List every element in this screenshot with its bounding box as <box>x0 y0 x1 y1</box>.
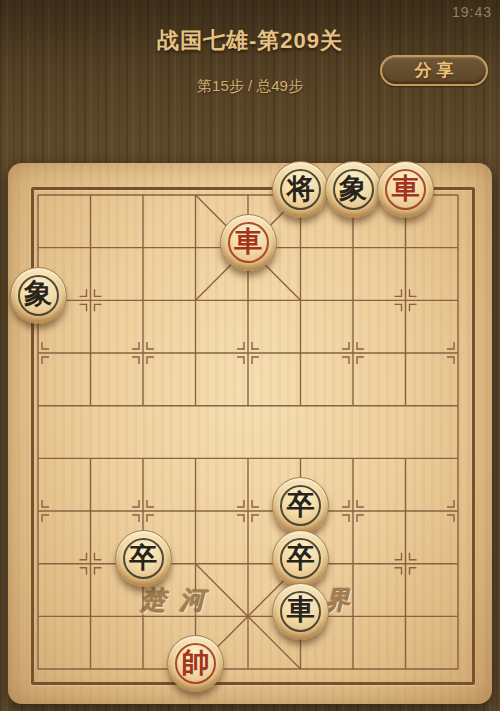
share-button[interactable]: 分享 <box>380 55 488 86</box>
piece-black-pawn[interactable]: 卒 <box>115 530 172 587</box>
piece-black-general[interactable]: 将 <box>272 161 329 218</box>
piece-black-elephant[interactable]: 象 <box>325 161 382 218</box>
pieces-layer: 将象車車象卒卒卒車帥 <box>12 169 485 696</box>
piece-red-chariot[interactable]: 車 <box>220 214 277 271</box>
piece-black-pawn[interactable]: 卒 <box>272 477 329 534</box>
piece-glyph: 卒 <box>287 544 315 572</box>
piece-glyph: 卒 <box>287 491 315 519</box>
piece-glyph: 象 <box>339 175 367 203</box>
piece-glyph: 車 <box>234 228 262 256</box>
piece-red-chariot[interactable]: 車 <box>377 161 434 218</box>
piece-glyph: 象 <box>24 280 52 308</box>
piece-black-pawn[interactable]: 卒 <box>272 530 329 587</box>
piece-glyph: 車 <box>392 175 420 203</box>
status-time: 19:43 <box>452 4 492 20</box>
level-title: 战国七雄-第209关 <box>0 26 500 56</box>
piece-glyph: 車 <box>287 596 315 624</box>
piece-red-general[interactable]: 帥 <box>167 635 224 692</box>
app-screen: 19:43 战国七雄-第209关 第15步 / 总49步 分享 楚河 漢界 将象… <box>0 0 500 711</box>
piece-black-chariot[interactable]: 車 <box>272 583 329 640</box>
piece-glyph: 帥 <box>182 649 210 677</box>
piece-black-elephant[interactable]: 象 <box>10 267 67 324</box>
piece-glyph: 卒 <box>129 544 157 572</box>
piece-glyph: 将 <box>287 175 315 203</box>
